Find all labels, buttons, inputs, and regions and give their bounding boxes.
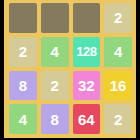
tile-4: 4 — [104, 37, 132, 67]
tile-8: 8 — [41, 104, 69, 134]
tile-empty — [41, 3, 69, 33]
tile-empty — [9, 3, 37, 33]
tile-2: 2 — [9, 37, 37, 67]
tile-4: 4 — [41, 37, 69, 67]
tile-empty — [73, 3, 101, 33]
tile-16: 16 — [104, 71, 132, 101]
tile-8: 8 — [9, 71, 37, 101]
game-board[interactable]: 224128482321648642 — [4, 0, 136, 138]
tile-64: 64 — [73, 104, 101, 134]
tile-128: 128 — [73, 37, 101, 67]
tile-4: 4 — [9, 104, 37, 134]
tile-2: 2 — [41, 71, 69, 101]
tile-2: 2 — [104, 3, 132, 33]
tile-32: 32 — [73, 71, 101, 101]
tile-2: 2 — [104, 104, 132, 134]
